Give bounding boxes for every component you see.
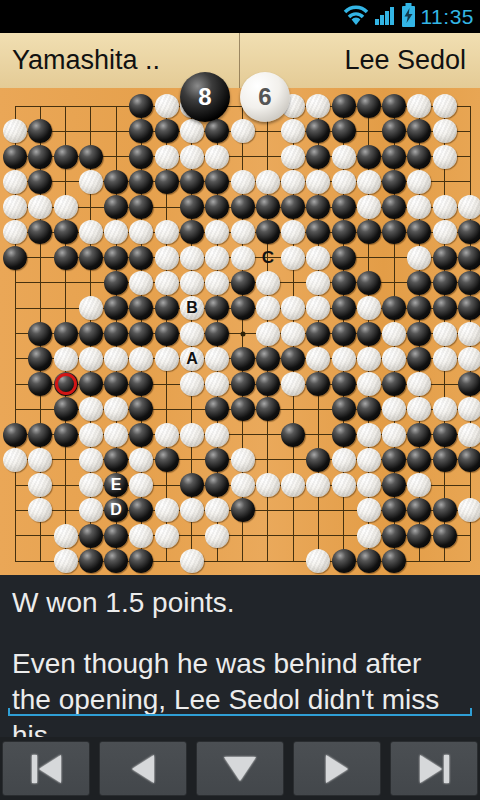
stone-white[interactable] xyxy=(205,423,229,447)
white-player-name: Lee Sedol xyxy=(344,33,466,88)
stone-white[interactable] xyxy=(155,347,179,371)
stone-white[interactable] xyxy=(79,423,103,447)
stone-black[interactable] xyxy=(129,549,153,573)
stone-white[interactable] xyxy=(205,246,229,270)
stone-white[interactable] xyxy=(332,170,356,194)
battery-charging-icon xyxy=(401,3,416,31)
stone-white[interactable] xyxy=(3,119,27,143)
stone-white[interactable] xyxy=(79,473,103,497)
stone-black[interactable] xyxy=(332,322,356,346)
stone-white[interactable] xyxy=(382,322,406,346)
stone-white[interactable] xyxy=(155,220,179,244)
stone-white[interactable] xyxy=(104,220,128,244)
stone-white[interactable] xyxy=(180,423,204,447)
stone-black[interactable] xyxy=(332,372,356,396)
stone-white[interactable] xyxy=(79,397,103,421)
stone-black[interactable] xyxy=(205,473,229,497)
stone-black[interactable] xyxy=(382,524,406,548)
stone-white[interactable] xyxy=(357,195,381,219)
header-divider xyxy=(239,33,240,88)
stone-black[interactable] xyxy=(104,322,128,346)
stone-black[interactable] xyxy=(28,145,52,169)
stone-black[interactable] xyxy=(332,119,356,143)
stone-black[interactable] xyxy=(54,145,78,169)
stone-black[interactable] xyxy=(458,246,480,270)
stone-black[interactable] xyxy=(180,195,204,219)
stone-black[interactable] xyxy=(104,524,128,548)
stone-black[interactable] xyxy=(357,322,381,346)
stone-white[interactable]: A xyxy=(180,347,204,371)
stone-white[interactable] xyxy=(306,473,330,497)
stone-black[interactable] xyxy=(357,271,381,295)
stone-black[interactable] xyxy=(79,246,103,270)
stone-black[interactable] xyxy=(407,220,431,244)
stone-black[interactable] xyxy=(129,423,153,447)
stone-black[interactable] xyxy=(256,220,280,244)
stone-white[interactable] xyxy=(407,246,431,270)
stone-black[interactable] xyxy=(256,372,280,396)
stone-black[interactable] xyxy=(205,397,229,421)
stone-white[interactable] xyxy=(205,347,229,371)
stone-black[interactable] xyxy=(104,448,128,472)
stone-black[interactable] xyxy=(28,423,52,447)
stone-black[interactable] xyxy=(54,246,78,270)
stone-white[interactable] xyxy=(231,473,255,497)
black-player-name: Yamashita .. xyxy=(12,33,160,88)
stone-black[interactable] xyxy=(129,119,153,143)
stone-black[interactable] xyxy=(155,296,179,320)
stone-black[interactable] xyxy=(433,296,457,320)
stone-white[interactable] xyxy=(205,271,229,295)
stone-black[interactable] xyxy=(231,372,255,396)
stone-white[interactable] xyxy=(281,145,305,169)
stone-white[interactable] xyxy=(332,145,356,169)
stone-white[interactable] xyxy=(281,372,305,396)
stone-white[interactable] xyxy=(155,145,179,169)
stone-black[interactable] xyxy=(54,423,78,447)
stone-black[interactable] xyxy=(382,220,406,244)
stone-black[interactable] xyxy=(306,145,330,169)
stone-white[interactable] xyxy=(306,170,330,194)
stone-white[interactable] xyxy=(180,322,204,346)
stone-black[interactable] xyxy=(3,246,27,270)
stone-white[interactable] xyxy=(129,448,153,472)
stone-black[interactable] xyxy=(433,498,457,522)
stone-black[interactable] xyxy=(28,322,52,346)
stone-white[interactable] xyxy=(28,448,52,472)
stone-white[interactable] xyxy=(180,498,204,522)
stone-white[interactable] xyxy=(155,423,179,447)
stone-black[interactable] xyxy=(28,347,52,371)
stone-white[interactable] xyxy=(54,549,78,573)
stone-white[interactable] xyxy=(357,448,381,472)
stone-white[interactable] xyxy=(256,296,280,320)
stone-white[interactable] xyxy=(306,296,330,320)
next-move-button[interactable] xyxy=(293,741,381,796)
stone-black[interactable] xyxy=(129,498,153,522)
stone-white[interactable] xyxy=(407,94,431,118)
stone-black[interactable] xyxy=(205,448,229,472)
stone-black[interactable] xyxy=(433,246,457,270)
stone-white[interactable] xyxy=(407,170,431,194)
stone-white[interactable] xyxy=(205,498,229,522)
stone-black[interactable] xyxy=(54,220,78,244)
stone-white[interactable] xyxy=(256,322,280,346)
stone-black[interactable] xyxy=(382,119,406,143)
stone-white[interactable] xyxy=(281,170,305,194)
game-info-header: Yamashita .. 8 6 Lee Sedol xyxy=(0,33,480,88)
stone-black[interactable] xyxy=(28,372,52,396)
stone-black[interactable] xyxy=(382,94,406,118)
stone-black[interactable] xyxy=(306,195,330,219)
stone-white[interactable] xyxy=(79,448,103,472)
stone-black[interactable] xyxy=(407,145,431,169)
stone-white[interactable] xyxy=(129,271,153,295)
stone-black[interactable] xyxy=(433,448,457,472)
stone-black[interactable] xyxy=(129,397,153,421)
stone-white[interactable] xyxy=(3,220,27,244)
stone-white[interactable] xyxy=(155,246,179,270)
stone-white[interactable] xyxy=(3,195,27,219)
stone-white[interactable] xyxy=(256,271,280,295)
stone-white[interactable] xyxy=(281,119,305,143)
stone-black[interactable] xyxy=(458,220,480,244)
stone-white[interactable] xyxy=(129,220,153,244)
stone-white[interactable] xyxy=(281,473,305,497)
stone-black[interactable] xyxy=(332,220,356,244)
stone-black[interactable] xyxy=(104,296,128,320)
stone-black[interactable] xyxy=(407,448,431,472)
stone-black[interactable] xyxy=(79,145,103,169)
stone-white[interactable] xyxy=(54,195,78,219)
stone-white[interactable] xyxy=(332,448,356,472)
stone-black[interactable] xyxy=(306,372,330,396)
stone-white[interactable] xyxy=(28,473,52,497)
stone-white[interactable] xyxy=(458,423,480,447)
stone-white[interactable] xyxy=(357,372,381,396)
stone-black[interactable] xyxy=(458,271,480,295)
stone-white[interactable] xyxy=(382,397,406,421)
clock-time: 11:35 xyxy=(421,5,475,29)
stone-black[interactable] xyxy=(231,271,255,295)
stone-black[interactable] xyxy=(407,423,431,447)
stone-white[interactable] xyxy=(458,498,480,522)
stone-white[interactable] xyxy=(180,271,204,295)
stone-black[interactable] xyxy=(28,119,52,143)
stone-white[interactable] xyxy=(306,246,330,270)
stone-black[interactable] xyxy=(357,145,381,169)
black-capture-count: 8 xyxy=(198,83,211,111)
stone-white[interactable] xyxy=(458,347,480,371)
stone-black[interactable] xyxy=(458,372,480,396)
stone-black[interactable] xyxy=(382,473,406,497)
stone-white[interactable] xyxy=(433,397,457,421)
stone-white[interactable] xyxy=(281,220,305,244)
stone-black[interactable] xyxy=(458,448,480,472)
stone-white[interactable] xyxy=(382,423,406,447)
stone-white[interactable] xyxy=(407,372,431,396)
down-icon xyxy=(224,757,256,781)
stone-white[interactable]: B xyxy=(180,296,204,320)
stone-black[interactable] xyxy=(407,322,431,346)
stone-black[interactable] xyxy=(458,296,480,320)
stone-black[interactable] xyxy=(28,170,52,194)
stone-black[interactable] xyxy=(382,170,406,194)
stone-black[interactable] xyxy=(129,94,153,118)
stone-white[interactable] xyxy=(231,170,255,194)
stone-black[interactable] xyxy=(332,549,356,573)
stone-white[interactable] xyxy=(129,473,153,497)
stone-white[interactable] xyxy=(357,498,381,522)
stone-white[interactable] xyxy=(433,322,457,346)
stone-black[interactable] xyxy=(205,119,229,143)
stone-white[interactable] xyxy=(256,170,280,194)
stone-black[interactable] xyxy=(382,498,406,522)
stone-black[interactable] xyxy=(332,397,356,421)
move-navigation-bar xyxy=(0,737,480,800)
stone-black[interactable] xyxy=(104,170,128,194)
stone-black[interactable] xyxy=(3,423,27,447)
stone-black[interactable] xyxy=(129,372,153,396)
stone-black[interactable] xyxy=(281,195,305,219)
stone-white[interactable] xyxy=(180,119,204,143)
stone-black[interactable] xyxy=(332,246,356,270)
stone-white[interactable] xyxy=(433,220,457,244)
stone-black[interactable] xyxy=(382,195,406,219)
board-label-c: C xyxy=(262,248,274,268)
stone-black[interactable] xyxy=(180,473,204,497)
stone-white[interactable] xyxy=(357,473,381,497)
stone-black[interactable] xyxy=(357,94,381,118)
white-capture-count: 6 xyxy=(258,83,271,111)
stone-black[interactable] xyxy=(155,322,179,346)
stone-black[interactable] xyxy=(129,170,153,194)
stone-black[interactable] xyxy=(306,448,330,472)
stone-black[interactable] xyxy=(433,271,457,295)
black-capture-stone: 8 xyxy=(180,72,230,122)
stone-black[interactable] xyxy=(104,549,128,573)
stone-white[interactable] xyxy=(458,397,480,421)
stone-white[interactable] xyxy=(357,524,381,548)
stone-black[interactable] xyxy=(407,524,431,548)
stone-black[interactable] xyxy=(79,372,103,396)
stone-white[interactable] xyxy=(281,322,305,346)
stone-white[interactable] xyxy=(357,347,381,371)
stone-white[interactable] xyxy=(407,473,431,497)
next-icon xyxy=(326,755,348,783)
stone-black[interactable] xyxy=(231,195,255,219)
stone-white[interactable] xyxy=(155,271,179,295)
stone-white[interactable] xyxy=(79,347,103,371)
stone-white[interactable] xyxy=(205,220,229,244)
stone-black[interactable] xyxy=(129,296,153,320)
stone-black[interactable] xyxy=(382,448,406,472)
stone-white[interactable] xyxy=(155,524,179,548)
stone-black[interactable] xyxy=(382,296,406,320)
stone-white[interactable] xyxy=(433,119,457,143)
stone-white[interactable] xyxy=(54,524,78,548)
stone-black[interactable] xyxy=(357,549,381,573)
stone-white[interactable] xyxy=(231,119,255,143)
stone-white[interactable] xyxy=(306,94,330,118)
stone-white[interactable] xyxy=(3,448,27,472)
stone-white[interactable] xyxy=(357,423,381,447)
signal-icon xyxy=(374,4,396,30)
last-move-button[interactable] xyxy=(390,741,478,796)
stone-white[interactable] xyxy=(433,195,457,219)
stone-black[interactable] xyxy=(79,549,103,573)
stone-black[interactable] xyxy=(382,372,406,396)
stone-black[interactable] xyxy=(332,94,356,118)
stone-white[interactable] xyxy=(256,473,280,497)
stone-white[interactable] xyxy=(180,372,204,396)
comment-panel[interactable]: W won 1.5 points. Even though he was beh… xyxy=(0,575,480,737)
stone-white[interactable] xyxy=(104,397,128,421)
stone-white[interactable] xyxy=(79,296,103,320)
stone-black[interactable] xyxy=(281,423,305,447)
stone-label-a: A xyxy=(186,351,198,367)
stone-black[interactable] xyxy=(433,423,457,447)
stone-white[interactable] xyxy=(458,195,480,219)
stone-white[interactable] xyxy=(129,347,153,371)
stone-white[interactable] xyxy=(357,170,381,194)
stone-black[interactable] xyxy=(205,170,229,194)
stone-white[interactable] xyxy=(205,372,229,396)
stone-white[interactable] xyxy=(180,549,204,573)
stone-black[interactable]: D xyxy=(104,498,128,522)
result-text: W won 1.5 points. xyxy=(12,587,468,619)
stone-white[interactable] xyxy=(382,347,406,371)
stone-white[interactable] xyxy=(54,347,78,371)
stone-black[interactable] xyxy=(205,195,229,219)
stone-white[interactable] xyxy=(79,498,103,522)
stone-white[interactable] xyxy=(306,271,330,295)
stone-white[interactable] xyxy=(231,246,255,270)
stone-black[interactable]: E xyxy=(104,473,128,497)
go-board[interactable]: BAEDC xyxy=(0,88,480,575)
stone-black[interactable] xyxy=(205,296,229,320)
stone-white[interactable] xyxy=(332,473,356,497)
previous-icon xyxy=(132,755,154,783)
stone-black[interactable] xyxy=(104,246,128,270)
stone-white[interactable] xyxy=(155,498,179,522)
stone-white[interactable] xyxy=(458,322,480,346)
stone-black[interactable] xyxy=(104,372,128,396)
stone-white[interactable] xyxy=(306,549,330,573)
stone-white[interactable] xyxy=(281,296,305,320)
stone-white[interactable] xyxy=(3,170,27,194)
stone-white[interactable] xyxy=(155,94,179,118)
wifi-icon xyxy=(343,4,369,30)
stone-white[interactable] xyxy=(231,220,255,244)
stone-white[interactable] xyxy=(104,347,128,371)
stone-black[interactable] xyxy=(54,322,78,346)
stone-black[interactable] xyxy=(231,397,255,421)
stone-black[interactable] xyxy=(129,322,153,346)
stone-black[interactable] xyxy=(28,220,52,244)
stone-black[interactable] xyxy=(306,119,330,143)
stone-black[interactable] xyxy=(382,145,406,169)
stone-black[interactable] xyxy=(231,347,255,371)
stone-black[interactable] xyxy=(433,524,457,548)
stone-white[interactable] xyxy=(433,347,457,371)
stone-black[interactable] xyxy=(180,220,204,244)
stone-black[interactable] xyxy=(332,296,356,320)
last-move-marker xyxy=(55,373,77,395)
stone-black[interactable] xyxy=(129,246,153,270)
stone-white[interactable] xyxy=(332,347,356,371)
stone-black[interactable] xyxy=(382,549,406,573)
stone-black[interactable] xyxy=(332,195,356,219)
status-bar: 11:35 xyxy=(0,0,480,33)
stone-black[interactable] xyxy=(129,145,153,169)
stone-white[interactable] xyxy=(357,296,381,320)
stone-white[interactable] xyxy=(205,145,229,169)
stone-black[interactable] xyxy=(256,347,280,371)
stone-black[interactable] xyxy=(155,448,179,472)
stone-black[interactable] xyxy=(180,170,204,194)
stone-black[interactable] xyxy=(306,322,330,346)
stone-white[interactable] xyxy=(205,524,229,548)
stone-black[interactable] xyxy=(281,347,305,371)
stone-black[interactable] xyxy=(357,397,381,421)
stone-white[interactable] xyxy=(231,448,255,472)
stone-white[interactable] xyxy=(129,524,153,548)
stone-white[interactable] xyxy=(180,246,204,270)
stone-black[interactable] xyxy=(256,195,280,219)
stone-black[interactable] xyxy=(79,524,103,548)
stone-black[interactable] xyxy=(407,347,431,371)
stone-black[interactable] xyxy=(407,119,431,143)
stone-white[interactable] xyxy=(28,498,52,522)
stone-black[interactable] xyxy=(256,397,280,421)
stone-black[interactable] xyxy=(407,271,431,295)
variation-down-button[interactable] xyxy=(196,741,284,796)
stone-black[interactable] xyxy=(104,271,128,295)
stone-white[interactable] xyxy=(433,145,457,169)
stone-black[interactable] xyxy=(3,145,27,169)
stone-black[interactable] xyxy=(54,397,78,421)
stone-black[interactable] xyxy=(407,296,431,320)
stone-white[interactable] xyxy=(79,170,103,194)
stone-black[interactable] xyxy=(332,423,356,447)
stone-black[interactable] xyxy=(357,220,381,244)
stone-white[interactable] xyxy=(104,423,128,447)
stone-white[interactable] xyxy=(79,220,103,244)
stone-black[interactable] xyxy=(104,195,128,219)
stone-white[interactable] xyxy=(180,145,204,169)
stone-black[interactable] xyxy=(332,271,356,295)
stone-white[interactable] xyxy=(28,195,52,219)
stone-white[interactable] xyxy=(407,397,431,421)
stone-white[interactable] xyxy=(281,246,305,270)
stone-black[interactable] xyxy=(407,498,431,522)
stone-label-d: D xyxy=(110,502,122,518)
stone-white[interactable] xyxy=(407,195,431,219)
stone-black[interactable] xyxy=(205,322,229,346)
previous-move-button[interactable] xyxy=(99,741,187,796)
stone-black[interactable] xyxy=(79,322,103,346)
stone-black[interactable] xyxy=(129,195,153,219)
stone-black[interactable] xyxy=(155,119,179,143)
stone-black[interactable] xyxy=(231,296,255,320)
stone-white[interactable] xyxy=(433,94,457,118)
stone-black[interactable] xyxy=(231,498,255,522)
stone-black[interactable] xyxy=(306,220,330,244)
first-move-button[interactable] xyxy=(2,741,90,796)
stone-black[interactable] xyxy=(155,170,179,194)
stone-white[interactable] xyxy=(306,347,330,371)
